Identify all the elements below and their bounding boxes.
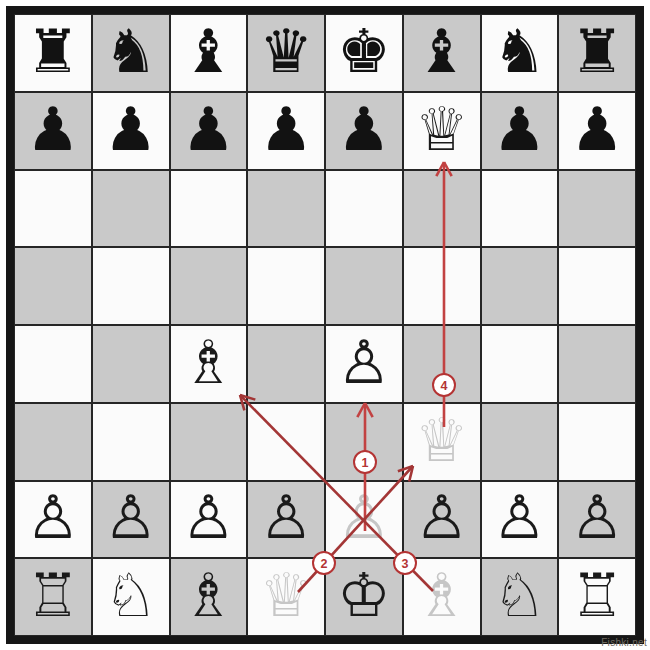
- white-bishop-c1: ♗: [181, 565, 235, 625]
- white-pawn-a2: ♙: [26, 487, 80, 547]
- square-c6: [170, 170, 248, 248]
- square-e4: ♙: [325, 325, 403, 403]
- square-b6: [92, 170, 170, 248]
- white-pawn-f2: ♙: [415, 487, 469, 547]
- square-c1: ♗: [170, 558, 248, 636]
- square-d7: ♟: [247, 92, 325, 170]
- square-h5: [558, 247, 636, 325]
- square-a1: ♖: [14, 558, 92, 636]
- square-c8: ♝: [170, 14, 248, 92]
- black-pawn-b7: ♟: [104, 99, 158, 159]
- square-h1: ♖: [558, 558, 636, 636]
- square-e2: ♙: [325, 481, 403, 559]
- chessboard: ♜♞♝♛♚♝♞♜♟♟♟♟♟♕♟♟♗♙♕♙♙♙♙♙♙♙♙♖♘♗♕♔♗♘♖: [14, 14, 636, 636]
- white-rook-a1: ♖: [26, 565, 80, 625]
- square-d8: ♛: [247, 14, 325, 92]
- square-f7: ♕: [403, 92, 481, 170]
- square-g2: ♙: [481, 481, 559, 559]
- ghost-white-queen-d1: ♕: [259, 565, 313, 625]
- square-d6: [247, 170, 325, 248]
- square-h6: [558, 170, 636, 248]
- black-rook-h8: ♜: [570, 21, 624, 81]
- square-a7: ♟: [14, 92, 92, 170]
- ghost-white-queen-f3: ♕: [415, 410, 469, 470]
- square-b4: [92, 325, 170, 403]
- square-a3: [14, 403, 92, 481]
- square-e6: [325, 170, 403, 248]
- black-pawn-g7: ♟: [492, 99, 546, 159]
- square-c5: [170, 247, 248, 325]
- white-queen-f7: ♕: [415, 99, 469, 159]
- black-pawn-h7: ♟: [570, 99, 624, 159]
- black-pawn-c7: ♟: [181, 99, 235, 159]
- black-knight-b8: ♞: [104, 21, 158, 81]
- square-g4: [481, 325, 559, 403]
- square-a5: [14, 247, 92, 325]
- square-h7: ♟: [558, 92, 636, 170]
- square-h2: ♙: [558, 481, 636, 559]
- square-b8: ♞: [92, 14, 170, 92]
- white-knight-g1: ♘: [492, 565, 546, 625]
- black-bishop-c8: ♝: [181, 21, 235, 81]
- square-b2: ♙: [92, 481, 170, 559]
- black-pawn-d7: ♟: [259, 99, 313, 159]
- square-f8: ♝: [403, 14, 481, 92]
- black-bishop-f8: ♝: [415, 21, 469, 81]
- square-b7: ♟: [92, 92, 170, 170]
- white-pawn-d2: ♙: [259, 487, 313, 547]
- square-f2: ♙: [403, 481, 481, 559]
- black-queen-d8: ♛: [259, 21, 313, 81]
- square-b3: [92, 403, 170, 481]
- square-f4: [403, 325, 481, 403]
- square-e5: [325, 247, 403, 325]
- square-h3: [558, 403, 636, 481]
- square-a4: [14, 325, 92, 403]
- square-a8: ♜: [14, 14, 92, 92]
- square-g7: ♟: [481, 92, 559, 170]
- white-pawn-g2: ♙: [492, 487, 546, 547]
- square-h4: [558, 325, 636, 403]
- square-d3: [247, 403, 325, 481]
- square-d2: ♙: [247, 481, 325, 559]
- square-a2: ♙: [14, 481, 92, 559]
- square-f1: ♗: [403, 558, 481, 636]
- square-b1: ♘: [92, 558, 170, 636]
- chessboard-frame: ♜♞♝♛♚♝♞♜♟♟♟♟♟♕♟♟♗♙♕♙♙♙♙♙♙♙♙♖♘♗♕♔♗♘♖ 1234: [6, 6, 644, 644]
- black-pawn-e7: ♟: [337, 99, 391, 159]
- white-king-e1: ♔: [337, 565, 391, 625]
- black-pawn-a7: ♟: [26, 99, 80, 159]
- square-e8: ♚: [325, 14, 403, 92]
- chess-diagram: ♜♞♝♛♚♝♞♜♟♟♟♟♟♕♟♟♗♙♕♙♙♙♙♙♙♙♙♖♘♗♕♔♗♘♖ 1234…: [0, 0, 650, 650]
- square-a6: [14, 170, 92, 248]
- square-d1: ♕: [247, 558, 325, 636]
- black-king-e8: ♚: [337, 21, 391, 81]
- white-pawn-b2: ♙: [104, 487, 158, 547]
- white-knight-b1: ♘: [104, 565, 158, 625]
- white-pawn-c2: ♙: [181, 487, 235, 547]
- white-pawn-h2: ♙: [570, 487, 624, 547]
- square-d5: [247, 247, 325, 325]
- black-rook-a8: ♜: [26, 21, 80, 81]
- ghost-white-pawn-e2: ♙: [337, 487, 391, 547]
- square-e7: ♟: [325, 92, 403, 170]
- black-knight-g8: ♞: [492, 21, 546, 81]
- square-g8: ♞: [481, 14, 559, 92]
- square-f3: ♕: [403, 403, 481, 481]
- square-c3: [170, 403, 248, 481]
- square-h8: ♜: [558, 14, 636, 92]
- square-g1: ♘: [481, 558, 559, 636]
- square-g5: [481, 247, 559, 325]
- ghost-white-bishop-f1: ♗: [415, 565, 469, 625]
- square-f5: [403, 247, 481, 325]
- square-d4: [247, 325, 325, 403]
- square-g3: [481, 403, 559, 481]
- white-rook-h1: ♖: [570, 565, 624, 625]
- white-pawn-e4: ♙: [337, 332, 391, 392]
- square-c7: ♟: [170, 92, 248, 170]
- square-g6: [481, 170, 559, 248]
- square-c2: ♙: [170, 481, 248, 559]
- square-c4: ♗: [170, 325, 248, 403]
- square-e1: ♔: [325, 558, 403, 636]
- square-b5: [92, 247, 170, 325]
- square-e3: [325, 403, 403, 481]
- white-bishop-c4: ♗: [181, 332, 235, 392]
- square-f6: [403, 170, 481, 248]
